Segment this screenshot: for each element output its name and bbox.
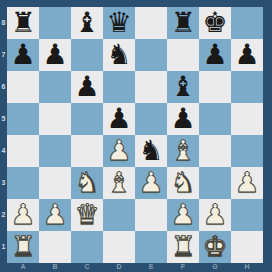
square-a6[interactable]	[7, 71, 39, 103]
square-e3[interactable]: ♟	[135, 167, 167, 199]
square-c7[interactable]	[71, 39, 103, 71]
square-c2[interactable]: ♛	[71, 199, 103, 231]
file-label-e: E	[135, 261, 167, 272]
rank-label-4: 4	[0, 135, 7, 167]
square-e2[interactable]	[135, 199, 167, 231]
piece-white-queen[interactable]: ♛	[71, 199, 103, 231]
rank-label-1: 1	[0, 231, 7, 263]
piece-white-bishop[interactable]: ♝	[103, 167, 135, 199]
square-g7[interactable]: ♟	[199, 39, 231, 71]
square-g3[interactable]	[199, 167, 231, 199]
file-label-c: C	[71, 261, 103, 272]
piece-white-pawn[interactable]: ♟	[167, 199, 199, 231]
piece-black-pawn[interactable]: ♟	[71, 71, 103, 103]
square-b2[interactable]: ♟	[39, 199, 71, 231]
piece-black-knight[interactable]: ♞	[135, 135, 167, 167]
rank-label-3: 3	[0, 167, 7, 199]
square-b1[interactable]	[39, 231, 71, 263]
square-a5[interactable]	[7, 103, 39, 135]
square-a8[interactable]: ♜	[7, 7, 39, 39]
square-e5[interactable]	[135, 103, 167, 135]
rank-label-7: 7	[0, 39, 7, 71]
piece-black-bishop[interactable]: ♝	[71, 7, 103, 39]
square-a1[interactable]: ♜	[7, 231, 39, 263]
piece-black-king[interactable]: ♚	[199, 7, 231, 39]
file-label-g: G	[199, 261, 231, 272]
rank-label-6: 6	[0, 71, 7, 103]
file-label-h: H	[231, 261, 263, 272]
square-c5[interactable]	[71, 103, 103, 135]
square-h6[interactable]	[231, 71, 263, 103]
piece-white-bishop[interactable]: ♝	[167, 135, 199, 167]
square-b3[interactable]	[39, 167, 71, 199]
piece-black-pawn[interactable]: ♟	[7, 39, 39, 71]
piece-black-pawn[interactable]: ♟	[231, 39, 263, 71]
piece-black-pawn[interactable]: ♟	[167, 103, 199, 135]
square-d6[interactable]	[103, 71, 135, 103]
piece-white-pawn[interactable]: ♟	[231, 167, 263, 199]
square-b4[interactable]	[39, 135, 71, 167]
square-f2[interactable]: ♟	[167, 199, 199, 231]
square-f8[interactable]: ♜	[167, 7, 199, 39]
square-d7[interactable]: ♞	[103, 39, 135, 71]
square-d3[interactable]: ♝	[103, 167, 135, 199]
square-b5[interactable]	[39, 103, 71, 135]
file-label-a: A	[7, 261, 39, 272]
square-e7[interactable]	[135, 39, 167, 71]
square-f3[interactable]: ♞	[167, 167, 199, 199]
file-label-b: B	[39, 261, 71, 272]
piece-black-bishop[interactable]: ♝	[167, 71, 199, 103]
square-d4[interactable]: ♟	[103, 135, 135, 167]
square-g8[interactable]: ♚	[199, 7, 231, 39]
square-b7[interactable]: ♟	[39, 39, 71, 71]
square-h2[interactable]	[231, 199, 263, 231]
square-c3[interactable]: ♞	[71, 167, 103, 199]
chess-board[interactable]: ♜♝♛♜♚♟♟♞♟♟♟♝♟♟♟♞♝♞♝♟♞♟♟♟♛♟♟♜♜♚	[7, 7, 263, 263]
square-e4[interactable]: ♞	[135, 135, 167, 167]
square-d2[interactable]	[103, 199, 135, 231]
square-f7[interactable]	[167, 39, 199, 71]
square-h8[interactable]	[231, 7, 263, 39]
piece-black-rook[interactable]: ♜	[167, 7, 199, 39]
chess-diagram: 87654321 ♜♝♛♜♚♟♟♞♟♟♟♝♟♟♟♞♝♞♝♟♞♟♟♟♛♟♟♜♜♚ …	[0, 0, 272, 272]
square-g1[interactable]: ♚	[199, 231, 231, 263]
square-h4[interactable]	[231, 135, 263, 167]
piece-white-rook[interactable]: ♜	[7, 231, 39, 263]
square-h7[interactable]: ♟	[231, 39, 263, 71]
square-h3[interactable]: ♟	[231, 167, 263, 199]
piece-white-pawn[interactable]: ♟	[103, 135, 135, 167]
piece-white-knight[interactable]: ♞	[71, 167, 103, 199]
piece-black-queen[interactable]: ♛	[103, 7, 135, 39]
rank-labels: 87654321	[0, 7, 7, 263]
square-g4[interactable]	[199, 135, 231, 167]
square-c1[interactable]	[71, 231, 103, 263]
square-f5[interactable]: ♟	[167, 103, 199, 135]
square-a2[interactable]: ♟	[7, 199, 39, 231]
square-a4[interactable]	[7, 135, 39, 167]
square-b6[interactable]	[39, 71, 71, 103]
file-label-d: D	[103, 261, 135, 272]
piece-white-pawn[interactable]: ♟	[7, 199, 39, 231]
square-f1[interactable]: ♜	[167, 231, 199, 263]
square-e1[interactable]	[135, 231, 167, 263]
piece-white-pawn[interactable]: ♟	[39, 199, 71, 231]
piece-white-rook[interactable]: ♜	[167, 231, 199, 263]
square-e6[interactable]	[135, 71, 167, 103]
piece-black-knight[interactable]: ♞	[103, 39, 135, 71]
square-d8[interactable]: ♛	[103, 7, 135, 39]
rank-label-8: 8	[0, 7, 7, 39]
rank-label-2: 2	[0, 199, 7, 231]
piece-white-pawn[interactable]: ♟	[199, 199, 231, 231]
piece-white-knight[interactable]: ♞	[167, 167, 199, 199]
square-g2[interactable]: ♟	[199, 199, 231, 231]
square-c6[interactable]: ♟	[71, 71, 103, 103]
square-f4[interactable]: ♝	[167, 135, 199, 167]
square-g6[interactable]	[199, 71, 231, 103]
piece-white-king[interactable]: ♚	[199, 231, 231, 263]
square-g5[interactable]	[199, 103, 231, 135]
file-labels: ABCDEFGH	[7, 261, 263, 272]
square-b8[interactable]	[39, 7, 71, 39]
square-c8[interactable]: ♝	[71, 7, 103, 39]
square-h5[interactable]	[231, 103, 263, 135]
piece-black-rook[interactable]: ♜	[7, 7, 39, 39]
piece-white-pawn[interactable]: ♟	[135, 167, 167, 199]
piece-black-pawn[interactable]: ♟	[39, 39, 71, 71]
square-a3[interactable]	[7, 167, 39, 199]
square-d1[interactable]	[103, 231, 135, 263]
piece-black-pawn[interactable]: ♟	[199, 39, 231, 71]
square-h1[interactable]	[231, 231, 263, 263]
rank-label-5: 5	[0, 103, 7, 135]
file-label-f: F	[167, 261, 199, 272]
square-c4[interactable]	[71, 135, 103, 167]
square-d5[interactable]: ♟	[103, 103, 135, 135]
square-e8[interactable]	[135, 7, 167, 39]
square-a7[interactable]: ♟	[7, 39, 39, 71]
piece-black-pawn[interactable]: ♟	[103, 103, 135, 135]
square-f6[interactable]: ♝	[167, 71, 199, 103]
